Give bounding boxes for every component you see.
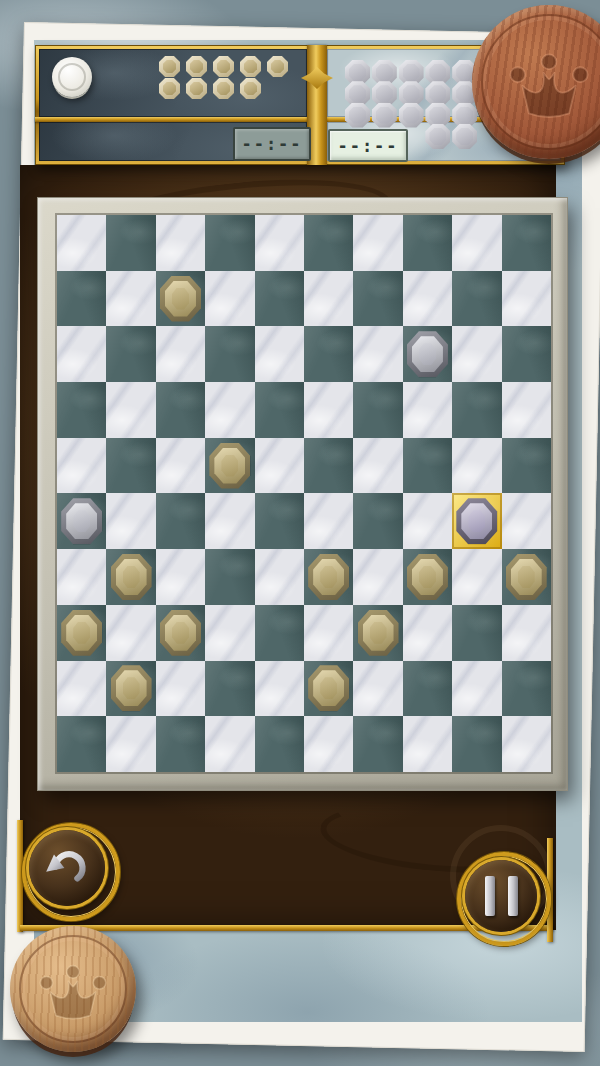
board-square[interactable] — [304, 382, 353, 438]
board-square[interactable] — [403, 215, 452, 271]
game-screen: { "game": "international_draughts_10x10"… — [0, 0, 600, 1066]
pause-button[interactable] — [465, 860, 537, 932]
board-square[interactable] — [502, 661, 551, 717]
board-square[interactable] — [353, 438, 402, 494]
board-square[interactable] — [304, 215, 353, 271]
board-square[interactable] — [106, 438, 155, 494]
board-square[interactable] — [403, 438, 452, 494]
captured-piece-silver — [345, 81, 370, 106]
board-square[interactable] — [205, 438, 254, 494]
board-square[interactable] — [403, 661, 452, 717]
captured-piece-silver — [372, 103, 397, 128]
piece-silver[interactable] — [407, 331, 448, 377]
crown-icon — [32, 950, 114, 1028]
board-square[interactable] — [304, 549, 353, 605]
board-square[interactable] — [304, 271, 353, 327]
board-square[interactable] — [502, 215, 551, 271]
board-square[interactable] — [255, 271, 304, 327]
board-square[interactable] — [304, 605, 353, 661]
board-square[interactable] — [502, 438, 551, 494]
piece-tan[interactable] — [407, 554, 448, 600]
board-square[interactable] — [452, 326, 501, 382]
board-square[interactable] — [403, 493, 452, 549]
board-square[interactable] — [255, 438, 304, 494]
captured-piece-silver — [399, 60, 424, 85]
piece-tan[interactable] — [209, 443, 250, 489]
pause-icon — [485, 876, 518, 916]
piece-tan[interactable] — [111, 665, 152, 711]
board-square[interactable] — [403, 716, 452, 772]
board-square[interactable] — [353, 661, 402, 717]
board-square[interactable] — [502, 605, 551, 661]
board-square[interactable] — [106, 661, 155, 717]
captured-piece-tan — [186, 56, 207, 77]
undo-button[interactable] — [29, 830, 105, 906]
board-square[interactable] — [205, 605, 254, 661]
captured-piece-silver — [425, 81, 450, 106]
piece-tan[interactable] — [160, 276, 201, 322]
board-square[interactable] — [156, 326, 205, 382]
board-square[interactable] — [353, 549, 402, 605]
board-square[interactable] — [106, 271, 155, 327]
board-square[interactable] — [255, 661, 304, 717]
board-square[interactable] — [205, 493, 254, 549]
board-square[interactable] — [255, 605, 304, 661]
board-square[interactable] — [403, 605, 452, 661]
board-square[interactable] — [57, 716, 106, 772]
board-square[interactable] — [452, 215, 501, 271]
board-square[interactable] — [57, 271, 106, 327]
board-square[interactable] — [502, 716, 551, 772]
captured-piece-silver — [425, 60, 450, 85]
board-square[interactable] — [255, 215, 304, 271]
board-square[interactable] — [255, 382, 304, 438]
board-square[interactable] — [57, 438, 106, 494]
captured-piece-silver — [425, 124, 450, 149]
board-square[interactable] — [205, 326, 254, 382]
undo-arrow-icon — [41, 842, 93, 894]
turn-indicator-disc — [52, 57, 92, 97]
piece-tan[interactable] — [160, 610, 201, 656]
piece-tan[interactable] — [111, 554, 152, 600]
board-square[interactable] — [255, 326, 304, 382]
crown-icon — [501, 36, 597, 128]
board-square[interactable] — [353, 326, 402, 382]
board-square[interactable] — [353, 605, 402, 661]
board-square[interactable] — [156, 438, 205, 494]
board-square[interactable] — [452, 271, 501, 327]
board-square[interactable] — [452, 493, 501, 549]
board-square[interactable] — [106, 493, 155, 549]
board-square[interactable] — [106, 716, 155, 772]
board-square[interactable] — [452, 549, 501, 605]
piece-tan[interactable] — [61, 610, 102, 656]
captured-piece-silver — [399, 81, 424, 106]
board-grid — [57, 215, 551, 772]
board-frame — [38, 198, 567, 790]
board-square[interactable] — [502, 493, 551, 549]
crown-disc-bottom-left — [10, 926, 136, 1052]
board-square[interactable] — [502, 326, 551, 382]
board-square[interactable] — [255, 493, 304, 549]
board-square[interactable] — [353, 215, 402, 271]
board-square[interactable] — [452, 605, 501, 661]
board-square[interactable] — [502, 382, 551, 438]
board-square[interactable] — [502, 271, 551, 327]
board-square[interactable] — [156, 382, 205, 438]
board-square[interactable] — [403, 271, 452, 327]
piece-tan[interactable] — [308, 554, 349, 600]
board-square[interactable] — [57, 661, 106, 717]
piece-tan[interactable] — [308, 665, 349, 711]
board-square[interactable] — [304, 326, 353, 382]
board-square[interactable] — [304, 438, 353, 494]
captured-piece-tan — [159, 78, 180, 99]
captured-piece-silver — [399, 103, 424, 128]
board-square[interactable] — [452, 438, 501, 494]
piece-silver[interactable] — [61, 498, 102, 544]
captured-piece-silver — [345, 60, 370, 85]
board-square[interactable] — [57, 549, 106, 605]
board-square[interactable] — [106, 215, 155, 271]
captured-piece-silver — [425, 103, 450, 128]
piece-silver-selected[interactable] — [456, 498, 497, 544]
board-square[interactable] — [156, 271, 205, 327]
board-square[interactable] — [57, 326, 106, 382]
board-square[interactable] — [106, 549, 155, 605]
timer-right: --:-- — [328, 129, 408, 162]
scene: --:-- --:-- — [34, 40, 582, 1022]
board-square[interactable] — [156, 716, 205, 772]
board-square[interactable] — [304, 493, 353, 549]
board-square[interactable] — [205, 215, 254, 271]
board-square[interactable] — [353, 716, 402, 772]
captured-piece-tan — [186, 78, 207, 99]
board-square[interactable] — [156, 549, 205, 605]
captured-piece-silver — [372, 60, 397, 85]
board-square[interactable] — [106, 605, 155, 661]
board-square[interactable] — [156, 215, 205, 271]
board-square[interactable] — [205, 382, 254, 438]
board-square[interactable] — [156, 605, 205, 661]
board-square[interactable] — [403, 382, 452, 438]
board-square[interactable] — [502, 549, 551, 605]
board-square[interactable] — [403, 326, 452, 382]
board-square[interactable] — [403, 549, 452, 605]
board-square[interactable] — [106, 382, 155, 438]
board-square[interactable] — [106, 326, 155, 382]
board-square[interactable] — [57, 605, 106, 661]
board-square[interactable] — [452, 716, 501, 772]
captured-piece-tan — [213, 78, 234, 99]
piece-tan[interactable] — [506, 554, 547, 600]
timer-left: --:-- — [233, 127, 311, 161]
piece-tan[interactable] — [358, 610, 399, 656]
board-square[interactable] — [205, 271, 254, 327]
board-square[interactable] — [156, 661, 205, 717]
captured-piece-tan — [159, 56, 180, 77]
board-square[interactable] — [353, 271, 402, 327]
board-square[interactable] — [57, 215, 106, 271]
board-square[interactable] — [57, 382, 106, 438]
board-square[interactable] — [304, 661, 353, 717]
board-square[interactable] — [452, 382, 501, 438]
board-square[interactable] — [452, 661, 501, 717]
captured-piece-tan — [267, 56, 288, 77]
board-square[interactable] — [156, 493, 205, 549]
board-square[interactable] — [304, 716, 353, 772]
board-square[interactable] — [205, 716, 254, 772]
board-square[interactable] — [205, 661, 254, 717]
captured-piece-silver — [345, 103, 370, 128]
board-square[interactable] — [255, 549, 304, 605]
captured-piece-tan — [240, 78, 261, 99]
board-square[interactable] — [255, 716, 304, 772]
captured-piece-silver — [452, 103, 477, 128]
captured-piece-silver — [372, 81, 397, 106]
board-square[interactable] — [57, 493, 106, 549]
board-square[interactable] — [353, 493, 402, 549]
captured-piece-tan — [213, 56, 234, 77]
board-square[interactable] — [205, 549, 254, 605]
captured-piece-tan — [240, 56, 261, 77]
captured-piece-silver — [452, 124, 477, 149]
board-square[interactable] — [353, 382, 402, 438]
